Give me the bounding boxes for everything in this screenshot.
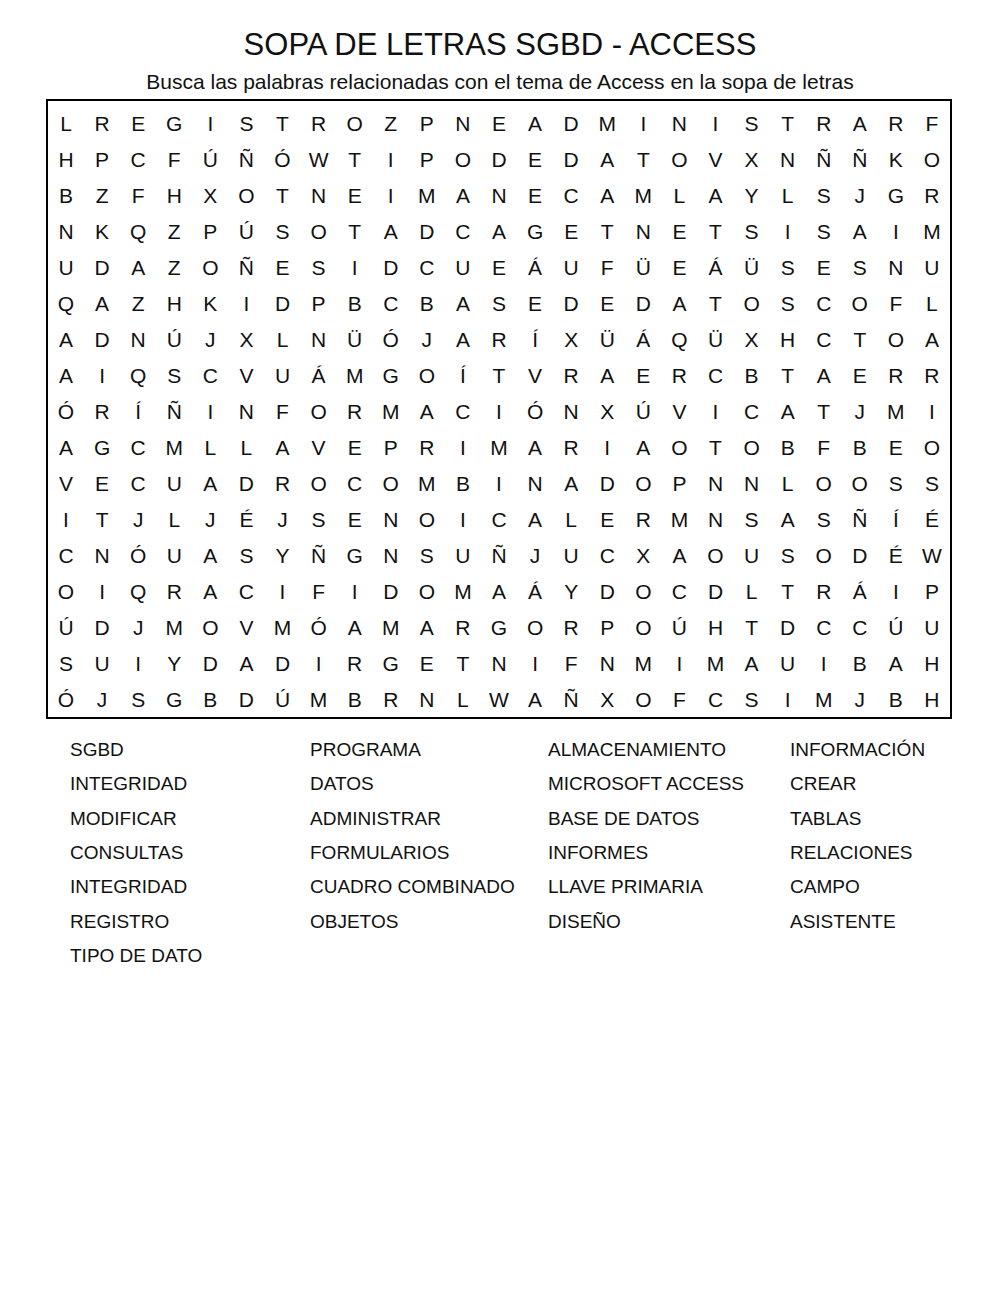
grid-cell[interactable]: A [914, 321, 950, 357]
grid-cell[interactable]: K [84, 213, 120, 249]
grid-cell[interactable]: R [264, 465, 300, 501]
grid-cell[interactable]: O [409, 573, 445, 609]
grid-cell[interactable]: O [734, 429, 770, 465]
grid-cell[interactable]: N [228, 393, 264, 429]
grid-cell[interactable]: N [373, 537, 409, 573]
grid-cell[interactable]: Á [625, 321, 661, 357]
grid-cell[interactable]: A [770, 501, 806, 537]
grid-cell[interactable]: D [84, 609, 120, 645]
grid-cell[interactable]: X [625, 537, 661, 573]
grid-cell[interactable]: R [878, 105, 914, 141]
grid-cell[interactable]: E [517, 177, 553, 213]
grid-cell[interactable]: V [228, 357, 264, 393]
grid-cell[interactable]: E [661, 249, 697, 285]
grid-cell[interactable]: D [625, 285, 661, 321]
grid-cell[interactable]: S [409, 537, 445, 573]
grid-cell[interactable]: E [661, 213, 697, 249]
grid-cell[interactable]: M [373, 393, 409, 429]
grid-cell[interactable]: R [84, 393, 120, 429]
grid-cell[interactable]: T [264, 105, 300, 141]
grid-cell[interactable]: I [878, 213, 914, 249]
grid-cell[interactable]: X [734, 321, 770, 357]
grid-cell[interactable]: L [770, 465, 806, 501]
grid-cell[interactable]: E [589, 501, 625, 537]
grid-cell[interactable]: L [48, 105, 84, 141]
grid-cell[interactable]: C [806, 609, 842, 645]
grid-cell[interactable]: N [301, 177, 337, 213]
grid-cell[interactable]: J [409, 321, 445, 357]
grid-cell[interactable]: I [806, 645, 842, 681]
grid-cell[interactable]: G [373, 357, 409, 393]
grid-cell[interactable]: I [192, 105, 228, 141]
grid-cell[interactable]: O [806, 537, 842, 573]
grid-cell[interactable]: I [697, 393, 733, 429]
grid-cell[interactable]: N [445, 105, 481, 141]
grid-cell[interactable]: N [697, 501, 733, 537]
grid-cell[interactable]: A [481, 573, 517, 609]
grid-cell[interactable]: O [842, 465, 878, 501]
grid-cell[interactable]: Ñ [228, 141, 264, 177]
grid-cell[interactable]: R [481, 321, 517, 357]
grid-cell[interactable]: V [48, 465, 84, 501]
grid-cell[interactable]: M [301, 681, 337, 717]
grid-cell[interactable]: E [337, 501, 373, 537]
grid-cell[interactable]: I [878, 573, 914, 609]
grid-cell[interactable]: S [156, 357, 192, 393]
grid-cell[interactable]: B [48, 177, 84, 213]
grid-cell[interactable]: S [734, 213, 770, 249]
grid-cell[interactable]: T [697, 285, 733, 321]
grid-cell[interactable]: C [553, 177, 589, 213]
grid-cell[interactable]: A [48, 321, 84, 357]
grid-cell[interactable]: I [301, 645, 337, 681]
grid-cell[interactable]: F [914, 105, 950, 141]
grid-cell[interactable]: Á [697, 249, 733, 285]
grid-cell[interactable]: A [517, 429, 553, 465]
grid-cell[interactable]: M [373, 609, 409, 645]
grid-cell[interactable]: C [409, 249, 445, 285]
grid-cell[interactable]: Á [517, 249, 553, 285]
grid-cell[interactable]: N [301, 321, 337, 357]
grid-cell[interactable]: C [337, 465, 373, 501]
grid-cell[interactable]: D [84, 249, 120, 285]
grid-cell[interactable]: I [373, 177, 409, 213]
grid-cell[interactable]: U [553, 249, 589, 285]
grid-cell[interactable]: N [661, 105, 697, 141]
grid-cell[interactable]: N [878, 249, 914, 285]
grid-cell[interactable]: A [445, 177, 481, 213]
grid-cell[interactable]: I [337, 249, 373, 285]
grid-cell[interactable]: O [625, 681, 661, 717]
grid-cell[interactable]: X [228, 321, 264, 357]
grid-cell[interactable]: C [734, 393, 770, 429]
grid-cell[interactable]: C [842, 609, 878, 645]
grid-cell[interactable]: N [517, 465, 553, 501]
grid-cell[interactable]: G [373, 645, 409, 681]
grid-cell[interactable]: Ú [228, 213, 264, 249]
grid-cell[interactable]: G [84, 429, 120, 465]
grid-cell[interactable]: O [734, 285, 770, 321]
grid-cell[interactable]: H [156, 285, 192, 321]
grid-cell[interactable]: L [553, 501, 589, 537]
grid-cell[interactable]: E [481, 249, 517, 285]
grid-cell[interactable]: E [878, 429, 914, 465]
grid-cell[interactable]: A [842, 213, 878, 249]
grid-cell[interactable]: E [337, 429, 373, 465]
grid-cell[interactable]: R [337, 393, 373, 429]
grid-cell[interactable]: L [228, 429, 264, 465]
grid-cell[interactable]: A [517, 105, 553, 141]
grid-cell[interactable]: A [84, 285, 120, 321]
grid-cell[interactable]: A [192, 465, 228, 501]
grid-cell[interactable]: B [192, 681, 228, 717]
grid-cell[interactable]: J [842, 393, 878, 429]
grid-cell[interactable]: J [264, 501, 300, 537]
grid-cell[interactable]: S [120, 681, 156, 717]
grid-cell[interactable]: B [770, 429, 806, 465]
grid-cell[interactable]: S [734, 501, 770, 537]
grid-cell[interactable]: M [625, 645, 661, 681]
grid-cell[interactable]: A [734, 645, 770, 681]
grid-cell[interactable]: R [553, 357, 589, 393]
grid-cell[interactable]: T [445, 645, 481, 681]
grid-cell[interactable]: D [84, 321, 120, 357]
grid-cell[interactable]: G [156, 681, 192, 717]
grid-cell[interactable]: M [625, 177, 661, 213]
grid-cell[interactable]: Ú [878, 609, 914, 645]
grid-cell[interactable]: D [409, 213, 445, 249]
grid-cell[interactable]: N [625, 213, 661, 249]
grid-cell[interactable]: P [589, 609, 625, 645]
grid-cell[interactable]: X [589, 393, 625, 429]
grid-cell[interactable]: R [409, 429, 445, 465]
grid-cell[interactable]: H [156, 177, 192, 213]
grid-cell[interactable]: J [120, 501, 156, 537]
grid-cell[interactable]: L [156, 501, 192, 537]
grid-cell[interactable]: N [589, 645, 625, 681]
grid-cell[interactable]: C [445, 213, 481, 249]
grid-cell[interactable]: T [264, 177, 300, 213]
grid-cell[interactable]: Y [264, 537, 300, 573]
grid-cell[interactable]: Ñ [156, 393, 192, 429]
grid-cell[interactable]: R [806, 105, 842, 141]
grid-cell[interactable]: Q [120, 573, 156, 609]
grid-cell[interactable]: L [445, 681, 481, 717]
grid-cell[interactable]: N [120, 321, 156, 357]
grid-cell[interactable]: Z [156, 213, 192, 249]
grid-cell[interactable]: B [842, 429, 878, 465]
grid-cell[interactable]: H [770, 321, 806, 357]
grid-cell[interactable]: Ó [120, 537, 156, 573]
grid-cell[interactable]: I [481, 465, 517, 501]
grid-cell[interactable]: A [589, 141, 625, 177]
grid-cell[interactable]: O [842, 285, 878, 321]
grid-cell[interactable]: A [481, 213, 517, 249]
grid-cell[interactable]: L [914, 285, 950, 321]
grid-cell[interactable]: T [337, 213, 373, 249]
grid-cell[interactable]: R [301, 105, 337, 141]
grid-cell[interactable]: A [409, 609, 445, 645]
grid-cell[interactable]: J [517, 537, 553, 573]
grid-cell[interactable]: J [192, 321, 228, 357]
grid-cell[interactable]: V [697, 141, 733, 177]
grid-cell[interactable]: P [192, 213, 228, 249]
grid-cell[interactable]: O [517, 609, 553, 645]
grid-cell[interactable]: I [625, 105, 661, 141]
grid-cell[interactable]: Ñ [481, 537, 517, 573]
grid-cell[interactable]: A [228, 645, 264, 681]
grid-cell[interactable]: D [770, 609, 806, 645]
grid-cell[interactable]: O [625, 465, 661, 501]
grid-cell[interactable]: A [770, 393, 806, 429]
grid-cell[interactable]: R [878, 357, 914, 393]
grid-cell[interactable]: J [120, 609, 156, 645]
grid-cell[interactable]: S [301, 501, 337, 537]
grid-cell[interactable]: I [192, 393, 228, 429]
grid-cell[interactable]: S [842, 249, 878, 285]
grid-cell[interactable]: K [878, 141, 914, 177]
grid-cell[interactable]: F [806, 429, 842, 465]
grid-cell[interactable]: S [734, 681, 770, 717]
grid-cell[interactable]: R [156, 573, 192, 609]
grid-cell[interactable]: U [48, 249, 84, 285]
grid-cell[interactable]: U [914, 609, 950, 645]
grid-cell[interactable]: S [806, 213, 842, 249]
grid-cell[interactable]: R [373, 681, 409, 717]
grid-cell[interactable]: C [806, 285, 842, 321]
grid-cell[interactable]: C [120, 141, 156, 177]
grid-cell[interactable]: Í [445, 357, 481, 393]
grid-cell[interactable]: B [337, 681, 373, 717]
grid-cell[interactable]: A [517, 681, 553, 717]
grid-cell[interactable]: C [589, 537, 625, 573]
grid-cell[interactable]: N [409, 681, 445, 717]
grid-cell[interactable]: I [445, 501, 481, 537]
grid-cell[interactable]: F [264, 393, 300, 429]
grid-cell[interactable]: E [264, 249, 300, 285]
grid-cell[interactable]: Ü [697, 321, 733, 357]
grid-cell[interactable]: C [697, 357, 733, 393]
grid-cell[interactable]: A [445, 285, 481, 321]
grid-cell[interactable]: G [481, 609, 517, 645]
grid-cell[interactable]: P [373, 429, 409, 465]
grid-cell[interactable]: D [264, 285, 300, 321]
grid-cell[interactable]: F [120, 177, 156, 213]
grid-cell[interactable]: Ú [625, 393, 661, 429]
grid-cell[interactable]: D [589, 465, 625, 501]
grid-cell[interactable]: M [337, 357, 373, 393]
grid-cell[interactable]: E [120, 105, 156, 141]
grid-cell[interactable]: W [301, 141, 337, 177]
grid-cell[interactable]: I [697, 105, 733, 141]
grid-cell[interactable]: B [409, 285, 445, 321]
grid-cell[interactable]: O [914, 141, 950, 177]
grid-cell[interactable]: R [806, 573, 842, 609]
grid-cell[interactable]: X [553, 321, 589, 357]
grid-cell[interactable]: M [409, 177, 445, 213]
grid-cell[interactable]: E [84, 465, 120, 501]
grid-cell[interactable]: U [553, 537, 589, 573]
grid-cell[interactable]: N [770, 141, 806, 177]
grid-cell[interactable]: A [264, 429, 300, 465]
grid-cell[interactable]: G [517, 213, 553, 249]
grid-cell[interactable]: S [301, 249, 337, 285]
grid-cell[interactable]: U [156, 465, 192, 501]
grid-cell[interactable]: R [445, 609, 481, 645]
grid-cell[interactable]: T [734, 609, 770, 645]
grid-cell[interactable]: Y [734, 177, 770, 213]
grid-cell[interactable]: Ñ [553, 681, 589, 717]
grid-cell[interactable]: Ú [156, 321, 192, 357]
grid-cell[interactable]: S [228, 105, 264, 141]
grid-cell[interactable]: E [806, 249, 842, 285]
grid-cell[interactable]: M [589, 105, 625, 141]
grid-cell[interactable]: I [481, 393, 517, 429]
grid-cell[interactable]: C [120, 429, 156, 465]
grid-cell[interactable]: I [589, 429, 625, 465]
grid-cell[interactable]: B [445, 465, 481, 501]
grid-cell[interactable]: P [914, 573, 950, 609]
grid-cell[interactable]: A [192, 573, 228, 609]
grid-cell[interactable]: D [553, 141, 589, 177]
grid-cell[interactable]: Z [84, 177, 120, 213]
grid-cell[interactable]: T [84, 501, 120, 537]
grid-cell[interactable]: Ü [734, 249, 770, 285]
grid-cell[interactable]: F [589, 249, 625, 285]
grid-cell[interactable]: D [553, 105, 589, 141]
grid-cell[interactable]: F [553, 645, 589, 681]
grid-cell[interactable]: S [806, 501, 842, 537]
grid-cell[interactable]: D [228, 465, 264, 501]
grid-cell[interactable]: Z [373, 105, 409, 141]
grid-cell[interactable]: Í [120, 393, 156, 429]
grid-cell[interactable]: L [264, 321, 300, 357]
grid-cell[interactable]: I [120, 645, 156, 681]
grid-cell[interactable]: A [373, 213, 409, 249]
grid-cell[interactable]: M [445, 573, 481, 609]
grid-cell[interactable]: R [337, 645, 373, 681]
grid-cell[interactable]: J [192, 501, 228, 537]
grid-cell[interactable]: B [337, 285, 373, 321]
grid-cell[interactable]: Z [156, 249, 192, 285]
grid-cell[interactable]: P [301, 285, 337, 321]
grid-cell[interactable]: O [228, 177, 264, 213]
grid-cell[interactable]: G [156, 105, 192, 141]
grid-cell[interactable]: U [770, 645, 806, 681]
grid-cell[interactable]: Ü [337, 321, 373, 357]
grid-cell[interactable]: C [120, 465, 156, 501]
grid-cell[interactable]: R [625, 501, 661, 537]
grid-cell[interactable]: F [156, 141, 192, 177]
grid-cell[interactable]: Í [517, 321, 553, 357]
grid-cell[interactable]: F [878, 285, 914, 321]
grid-cell[interactable]: M [481, 429, 517, 465]
grid-cell[interactable]: H [48, 141, 84, 177]
grid-cell[interactable]: M [156, 609, 192, 645]
grid-cell[interactable]: J [842, 177, 878, 213]
grid-cell[interactable]: O [445, 141, 481, 177]
grid-cell[interactable]: C [373, 285, 409, 321]
grid-cell[interactable]: M [661, 501, 697, 537]
grid-cell[interactable]: V [228, 609, 264, 645]
grid-cell[interactable]: R [914, 177, 950, 213]
grid-cell[interactable]: D [553, 285, 589, 321]
grid-cell[interactable]: O [48, 573, 84, 609]
grid-cell[interactable]: R [553, 429, 589, 465]
grid-cell[interactable]: I [517, 645, 553, 681]
grid-cell[interactable]: O [661, 429, 697, 465]
grid-cell[interactable]: M [697, 645, 733, 681]
grid-cell[interactable]: E [553, 213, 589, 249]
grid-cell[interactable]: I [84, 573, 120, 609]
grid-cell[interactable]: S [264, 213, 300, 249]
grid-cell[interactable]: C [697, 681, 733, 717]
grid-cell[interactable]: U [734, 537, 770, 573]
grid-cell[interactable]: T [337, 141, 373, 177]
grid-cell[interactable]: S [806, 177, 842, 213]
grid-cell[interactable]: O [301, 213, 337, 249]
grid-cell[interactable]: A [625, 429, 661, 465]
grid-cell[interactable]: O [301, 465, 337, 501]
grid-cell[interactable]: S [770, 249, 806, 285]
grid-cell[interactable]: L [770, 177, 806, 213]
grid-cell[interactable]: M [264, 609, 300, 645]
grid-cell[interactable]: P [661, 465, 697, 501]
grid-cell[interactable]: S [770, 537, 806, 573]
grid-cell[interactable]: W [914, 537, 950, 573]
grid-cell[interactable]: O [661, 141, 697, 177]
grid-cell[interactable]: A [806, 357, 842, 393]
grid-cell[interactable]: E [625, 357, 661, 393]
grid-cell[interactable]: P [409, 141, 445, 177]
grid-cell[interactable]: N [84, 537, 120, 573]
grid-cell[interactable]: V [301, 429, 337, 465]
grid-cell[interactable]: E [409, 645, 445, 681]
grid-cell[interactable]: O [301, 393, 337, 429]
grid-cell[interactable]: N [553, 393, 589, 429]
grid-cell[interactable]: O [806, 465, 842, 501]
grid-cell[interactable]: D [264, 645, 300, 681]
grid-cell[interactable]: I [914, 393, 950, 429]
grid-cell[interactable]: A [409, 393, 445, 429]
grid-cell[interactable]: C [661, 573, 697, 609]
grid-cell[interactable]: F [661, 681, 697, 717]
grid-cell[interactable]: B [878, 681, 914, 717]
grid-cell[interactable]: B [734, 357, 770, 393]
grid-cell[interactable]: E [481, 105, 517, 141]
grid-cell[interactable]: É [914, 501, 950, 537]
grid-cell[interactable]: Á [517, 573, 553, 609]
grid-cell[interactable]: Ú [192, 141, 228, 177]
grid-cell[interactable]: Ó [48, 681, 84, 717]
grid-cell[interactable]: S [48, 645, 84, 681]
grid-cell[interactable]: Ú [264, 681, 300, 717]
grid-cell[interactable]: T [481, 357, 517, 393]
grid-cell[interactable]: I [770, 213, 806, 249]
grid-cell[interactable]: M [409, 465, 445, 501]
grid-cell[interactable]: T [589, 213, 625, 249]
grid-cell[interactable]: Q [661, 321, 697, 357]
grid-cell[interactable]: I [770, 681, 806, 717]
grid-cell[interactable]: G [337, 537, 373, 573]
grid-cell[interactable]: Y [156, 645, 192, 681]
grid-cell[interactable]: M [914, 213, 950, 249]
grid-cell[interactable]: B [842, 645, 878, 681]
grid-cell[interactable]: O [337, 105, 373, 141]
grid-cell[interactable]: N [697, 465, 733, 501]
grid-cell[interactable]: I [337, 573, 373, 609]
grid-cell[interactable]: M [806, 681, 842, 717]
